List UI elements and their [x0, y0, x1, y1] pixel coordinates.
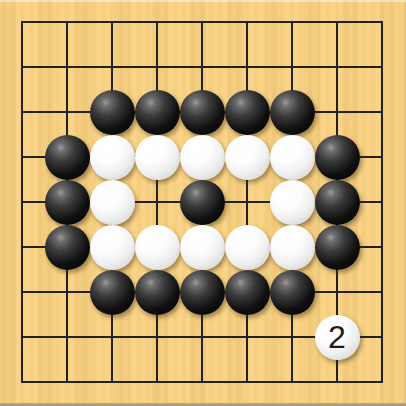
intersection-i8[interactable] — [360, 315, 405, 360]
black-stone-glyph: ● — [45, 225, 90, 270]
intersection-a4[interactable] — [0, 135, 45, 180]
intersection-i1[interactable] — [360, 0, 405, 45]
white-stone: ○ — [270, 135, 315, 180]
white-stone: ○ — [270, 225, 315, 270]
intersection-d9[interactable] — [135, 360, 180, 405]
intersection-i9[interactable] — [360, 360, 405, 405]
intersection-d7[interactable]: ● — [135, 270, 180, 315]
intersection-b4[interactable]: ● — [45, 135, 90, 180]
black-stone-glyph: ● — [270, 90, 315, 135]
intersection-f3[interactable]: ● — [225, 90, 270, 135]
black-stone: ● — [315, 180, 360, 225]
intersection-b7[interactable] — [45, 270, 90, 315]
intersection-g3[interactable]: ● — [270, 90, 315, 135]
intersection-h5[interactable]: ● — [315, 180, 360, 225]
intersection-d2[interactable] — [135, 45, 180, 90]
white-stone: ○ — [270, 180, 315, 225]
intersection-c1[interactable] — [90, 0, 135, 45]
intersection-g7[interactable]: ● — [270, 270, 315, 315]
black-stone: ● — [225, 270, 270, 315]
black-stone: ● — [315, 135, 360, 180]
intersection-e7[interactable]: ● — [180, 270, 225, 315]
intersection-a6[interactable] — [0, 225, 45, 270]
intersection-e8[interactable] — [180, 315, 225, 360]
black-stone-glyph: ● — [315, 225, 360, 270]
white-stone-glyph: ○ — [225, 135, 270, 180]
intersection-a5[interactable] — [0, 180, 45, 225]
intersection-i2[interactable] — [360, 45, 405, 90]
intersection-g8[interactable] — [270, 315, 315, 360]
black-stone: ● — [90, 270, 135, 315]
intersection-h3[interactable] — [315, 90, 360, 135]
intersection-a3[interactable] — [0, 90, 45, 135]
intersection-h9[interactable] — [315, 360, 360, 405]
black-stone-glyph: ● — [90, 90, 135, 135]
intersection-i6[interactable] — [360, 225, 405, 270]
intersection-c2[interactable] — [90, 45, 135, 90]
intersection-g9[interactable] — [270, 360, 315, 405]
black-stone-glyph: ● — [135, 270, 180, 315]
intersection-e6[interactable]: ○ — [180, 225, 225, 270]
intersection-e3[interactable]: ● — [180, 90, 225, 135]
black-stone-glyph: ● — [225, 270, 270, 315]
intersection-c9[interactable] — [90, 360, 135, 405]
intersection-b2[interactable] — [45, 45, 90, 90]
black-stone: ● — [225, 90, 270, 135]
intersection-d1[interactable] — [135, 0, 180, 45]
intersection-i4[interactable] — [360, 135, 405, 180]
intersection-d3[interactable]: ● — [135, 90, 180, 135]
black-stone: ● — [180, 90, 225, 135]
intersection-c3[interactable]: ● — [90, 90, 135, 135]
intersection-h4[interactable]: ● — [315, 135, 360, 180]
intersection-a7[interactable] — [0, 270, 45, 315]
white-stone-glyph: ○ — [225, 225, 270, 270]
black-stone: ● — [270, 90, 315, 135]
intersection-a8[interactable] — [0, 315, 45, 360]
black-stone-glyph: ● — [45, 180, 90, 225]
intersection-h7[interactable] — [315, 270, 360, 315]
black-stone: ● — [270, 270, 315, 315]
intersection-i3[interactable] — [360, 90, 405, 135]
intersection-h6[interactable]: ● — [315, 225, 360, 270]
white-stone: ○ — [135, 225, 180, 270]
intersection-b6[interactable]: ● — [45, 225, 90, 270]
black-stone-glyph: ● — [315, 135, 360, 180]
intersection-a1[interactable] — [0, 0, 45, 45]
black-stone-glyph: ● — [90, 270, 135, 315]
intersection-c5[interactable]: ○ — [90, 180, 135, 225]
intersection-g1[interactable] — [270, 0, 315, 45]
black-stone: ● — [135, 270, 180, 315]
black-stone-glyph: ● — [180, 90, 225, 135]
black-stone-glyph: ● — [135, 90, 180, 135]
intersection-g4[interactable]: ○ — [270, 135, 315, 180]
go-board: ●●●●●●○○○○○●●○●○●●○○○○○●●●●●●○2 — [0, 0, 406, 406]
intersection-a2[interactable] — [0, 45, 45, 90]
black-stone-glyph: ● — [270, 270, 315, 315]
black-stone: ● — [45, 225, 90, 270]
intersection-b9[interactable] — [45, 360, 90, 405]
intersection-f6[interactable]: ○ — [225, 225, 270, 270]
black-stone-glyph: ● — [225, 90, 270, 135]
white-stone: ○ — [225, 225, 270, 270]
intersection-g5[interactable]: ○ — [270, 180, 315, 225]
black-stone: ● — [45, 135, 90, 180]
white-stone: ○ — [135, 135, 180, 180]
intersection-d8[interactable] — [135, 315, 180, 360]
intersection-g2[interactable] — [270, 45, 315, 90]
intersection-f1[interactable] — [225, 0, 270, 45]
white-stone-glyph: ○ — [180, 135, 225, 180]
white-stone-glyph: ○ — [270, 180, 315, 225]
intersection-f5[interactable] — [225, 180, 270, 225]
black-stone: ● — [315, 225, 360, 270]
white-stone-glyph: ○ — [270, 225, 315, 270]
white-stone: ○ — [90, 180, 135, 225]
intersection-e2[interactable] — [180, 45, 225, 90]
white-stone-glyph: ○ — [135, 225, 180, 270]
black-stone-glyph: ● — [180, 270, 225, 315]
white-stone-glyph: ○ — [90, 225, 135, 270]
intersection-b1[interactable] — [45, 0, 90, 45]
white-stone: ○ — [180, 225, 225, 270]
black-stone: ● — [90, 90, 135, 135]
black-stone: ● — [180, 270, 225, 315]
intersection-b8[interactable] — [45, 315, 90, 360]
intersection-c7[interactable]: ● — [90, 270, 135, 315]
white-stone-glyph: ○ — [90, 180, 135, 225]
intersection-f9[interactable] — [225, 360, 270, 405]
white-stone-glyph: ○ — [180, 225, 225, 270]
white-stone-glyph: ○ — [135, 135, 180, 180]
black-stone: ● — [45, 180, 90, 225]
intersection-f4[interactable]: ○ — [225, 135, 270, 180]
white-stone: ○ — [90, 135, 135, 180]
intersection-d4[interactable]: ○ — [135, 135, 180, 180]
black-stone-glyph: ● — [45, 135, 90, 180]
intersection-b3[interactable] — [45, 90, 90, 135]
intersection-h1[interactable] — [315, 0, 360, 45]
intersection-b5[interactable]: ● — [45, 180, 90, 225]
white-stone: ○ — [180, 135, 225, 180]
intersection-d6[interactable]: ○ — [135, 225, 180, 270]
intersection-e9[interactable] — [180, 360, 225, 405]
intersection-i7[interactable] — [360, 270, 405, 315]
intersection-a9[interactable] — [0, 360, 45, 405]
intersection-c6[interactable]: ○ — [90, 225, 135, 270]
intersection-i5[interactable] — [360, 180, 405, 225]
intersection-f8[interactable] — [225, 315, 270, 360]
black-stone: ● — [135, 90, 180, 135]
intersection-e4[interactable]: ○ — [180, 135, 225, 180]
black-stone-glyph: ● — [315, 180, 360, 225]
intersection-c8[interactable] — [90, 315, 135, 360]
intersection-c4[interactable]: ○ — [90, 135, 135, 180]
white-stone-glyph: ○ — [90, 135, 135, 180]
move-number-label: 2 — [315, 315, 360, 360]
white-stone-move-2: ○2 — [315, 315, 360, 360]
intersection-d5[interactable] — [135, 180, 180, 225]
intersection-h8[interactable]: ○2 — [315, 315, 360, 360]
intersection-e1[interactable] — [180, 0, 225, 45]
intersection-f2[interactable] — [225, 45, 270, 90]
stones-layer: ●●●●●●○○○○○●●○●○●●○○○○○●●●●●●○2 — [0, 0, 405, 405]
intersection-e5[interactable]: ● — [180, 180, 225, 225]
white-stone-glyph: ○ — [270, 135, 315, 180]
intersection-h2[interactable] — [315, 45, 360, 90]
white-stone: ○ — [90, 225, 135, 270]
black-stone-glyph: ● — [180, 180, 225, 225]
intersection-f7[interactable]: ● — [225, 270, 270, 315]
white-stone: ○ — [225, 135, 270, 180]
intersection-g6[interactable]: ○ — [270, 225, 315, 270]
black-stone: ● — [180, 180, 225, 225]
